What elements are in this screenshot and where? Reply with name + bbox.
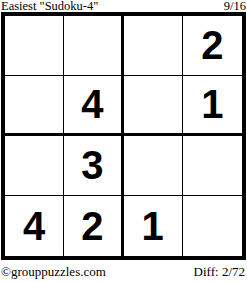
- cell-r4c2-given: 2: [64, 196, 123, 256]
- cell-r1c1[interactable]: [5, 16, 64, 76]
- cell-r1c4-given: 2: [183, 16, 242, 76]
- header: Easiest "Sudoku-4" 9/16: [0, 0, 247, 12]
- cell-r3c4[interactable]: [183, 136, 242, 196]
- cell-r3c3[interactable]: [124, 136, 183, 196]
- cell-r4c1-given: 4: [5, 196, 64, 256]
- footer: ©grouppuzzles.com Diff: 2/72: [0, 265, 247, 279]
- puzzle-title: Easiest "Sudoku-4": [1, 0, 98, 12]
- cell-r4c3-given: 1: [124, 196, 183, 256]
- cell-r2c3[interactable]: [124, 76, 183, 136]
- cell-r1c2[interactable]: [64, 16, 123, 76]
- copyright-text: ©grouppuzzles.com: [1, 265, 106, 279]
- difficulty-text: Diff: 2/72: [194, 265, 245, 279]
- cell-r2c4-given: 1: [183, 76, 242, 136]
- sudoku-board: 2413421: [1, 12, 246, 260]
- cell-r1c3[interactable]: [124, 16, 183, 76]
- cell-r2c1[interactable]: [5, 76, 64, 136]
- cell-r3c2-given: 3: [64, 136, 123, 196]
- sudoku-page: Easiest "Sudoku-4" 9/16 2413421 ©grouppu…: [0, 0, 247, 282]
- cell-r2c2-given: 4: [64, 76, 123, 136]
- cell-r3c1[interactable]: [5, 136, 64, 196]
- progress-count: 9/16: [224, 0, 246, 12]
- cell-r4c4[interactable]: [183, 196, 242, 256]
